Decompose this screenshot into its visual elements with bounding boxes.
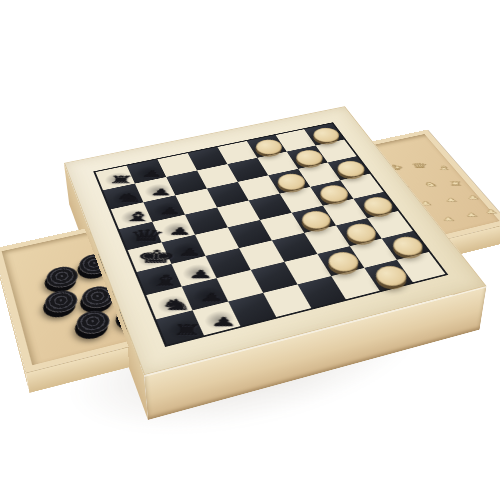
light-draughts-man[interactable] <box>371 263 411 288</box>
black-draughts-disc[interactable] <box>74 308 113 337</box>
black-draughts-disc[interactable] <box>42 288 80 316</box>
square-e1[interactable] <box>298 276 346 308</box>
square-d3[interactable] <box>239 240 284 270</box>
square-h1[interactable] <box>397 252 446 282</box>
square-d2[interactable] <box>251 262 298 293</box>
square-d4[interactable] <box>228 220 272 248</box>
knight-glyph: ♞ <box>159 297 194 312</box>
square-c1[interactable] <box>228 293 276 326</box>
square-f3[interactable] <box>304 225 350 253</box>
pawn-glyph: ♟ <box>210 316 238 328</box>
wood-chess-piece[interactable]: ♛ <box>404 157 428 170</box>
square-e2[interactable] <box>284 254 331 284</box>
rook-glyph: ♜ <box>171 323 204 338</box>
black-draughts-disc[interactable] <box>44 264 81 290</box>
wood-piece-glyph: ♛ <box>410 162 428 169</box>
pawn-glyph: ♟ <box>158 206 183 216</box>
wood-chess-piece[interactable]: ♜ <box>439 174 464 188</box>
black-pawn[interactable]: ♟ <box>174 257 219 288</box>
wood-piece-glyph: ♝ <box>436 165 452 171</box>
pawn-glyph: ♟ <box>177 247 203 258</box>
black-rook[interactable]: ♜ <box>159 311 207 346</box>
wood-piece-glyph: ♟ <box>466 195 480 200</box>
wood-piece-glyph: ♜ <box>448 181 463 187</box>
king-glyph: ♚ <box>135 248 178 266</box>
square-b1[interactable] <box>193 302 241 336</box>
wood-piece-glyph: ♟ <box>419 201 433 206</box>
knight-glyph: ♞ <box>113 192 145 204</box>
wood-piece-glyph: ♟ <box>464 212 478 217</box>
black-bishop[interactable]: ♝ <box>139 265 184 296</box>
square-g1[interactable] <box>364 260 412 291</box>
wood-piece-glyph: ♟ <box>444 197 458 202</box>
wood-chess-piece[interactable]: ♞ <box>414 175 439 189</box>
square-c2[interactable] <box>217 270 264 302</box>
black-pawn[interactable]: ♟ <box>164 236 208 265</box>
black-king[interactable]: ♚ <box>130 243 174 273</box>
wood-piece-glyph: ♟ <box>484 209 498 214</box>
black-pawn[interactable]: ♟ <box>195 302 243 336</box>
square-a1[interactable] <box>156 310 204 345</box>
game-box: ♜♞♝♛♚♝♞♜♟♟♟♟♟♟♟♟ ♚♛♜♝♞♝♞♜♟♟♟♟♟♟♟♟ <box>64 106 487 375</box>
pawn-glyph: ♟ <box>167 226 192 236</box>
light-draughts-man[interactable] <box>389 234 428 258</box>
square-g3[interactable] <box>336 218 382 246</box>
pawn-glyph: ♟ <box>140 169 164 178</box>
queen-glyph: ♛ <box>127 228 167 244</box>
square-d1[interactable] <box>263 284 311 317</box>
bishop-glyph: ♝ <box>148 273 184 288</box>
light-draughts-man[interactable] <box>343 221 381 244</box>
square-b2[interactable] <box>182 278 228 310</box>
square-g2[interactable] <box>350 239 397 268</box>
square-f2[interactable] <box>317 246 364 276</box>
wood-piece-glyph: ♜ <box>369 176 384 181</box>
wood-piece-glyph: ♞ <box>377 193 392 199</box>
product-photo-stage: ♜♞♝♛♚♝♞♜♟♟♟♟♟♟♟♟ ♚♛♜♝♞♝♞♜♟♟♟♟♟♟♟♟ <box>0 0 500 500</box>
square-c4[interactable] <box>195 227 239 256</box>
pawn-glyph: ♟ <box>198 291 225 303</box>
black-pawn[interactable]: ♟ <box>184 279 231 311</box>
wood-piece-glyph: ♚ <box>385 164 404 171</box>
rook-glyph: ♜ <box>107 175 135 185</box>
wood-piece-glyph: ♟ <box>441 216 455 221</box>
square-e3[interactable] <box>272 233 318 262</box>
square-a2[interactable] <box>146 287 192 320</box>
pawn-glyph: ♟ <box>187 269 214 280</box>
square-b4[interactable] <box>162 235 206 264</box>
bishop-glyph: ♝ <box>121 210 155 223</box>
square-c3[interactable] <box>206 248 251 278</box>
square-f1[interactable] <box>331 268 379 299</box>
scene: ♜♞♝♛♚♝♞♜♟♟♟♟♟♟♟♟ ♚♛♜♝♞♝♞♜♟♟♟♟♟♟♟♟ <box>0 0 500 500</box>
square-a3[interactable] <box>137 264 182 295</box>
pawn-glyph: ♟ <box>149 187 174 196</box>
wood-piece-glyph: ♟ <box>396 207 410 212</box>
square-h2[interactable] <box>382 231 429 260</box>
black-knight[interactable]: ♞ <box>149 287 195 320</box>
wood-piece-glyph: ♝ <box>397 184 413 190</box>
wood-chess-piece[interactable]: ♝ <box>428 159 453 173</box>
light-draughts-man[interactable] <box>324 250 363 275</box>
square-b3[interactable] <box>171 256 216 287</box>
wood-piece-glyph: ♞ <box>423 182 438 188</box>
